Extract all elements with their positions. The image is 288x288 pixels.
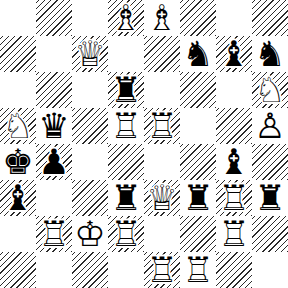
square-g3[interactable]: ♜♖	[216, 180, 252, 216]
square-a5[interactable]: ♞♘	[0, 108, 36, 144]
white-queen-c7: ♛♕	[72, 36, 108, 72]
square-b4[interactable]: ♟♟	[36, 144, 72, 180]
black-king-a4: ♚♚	[0, 144, 36, 180]
black-bishop-g4: ♝♝	[216, 144, 252, 180]
square-d8[interactable]: ♝♗	[108, 0, 144, 36]
square-b5[interactable]: ♛♛	[36, 108, 72, 144]
white-rook-icon: ♖	[36, 216, 72, 252]
black-bishop-icon: ♝	[0, 180, 36, 216]
square-c4[interactable]	[72, 144, 108, 180]
square-g4[interactable]: ♝♝	[216, 144, 252, 180]
black-bishop-a3: ♝♝	[0, 180, 36, 216]
white-rook-icon: ♖	[108, 108, 144, 144]
black-rook-f3: ♜♜	[180, 180, 216, 216]
black-rook-h3: ♜♜	[252, 180, 288, 216]
white-rook-d2: ♜♖	[108, 216, 144, 252]
white-rook-icon: ♖	[180, 252, 216, 288]
white-queen-icon: ♕	[72, 36, 108, 72]
white-rook-icon: ♖	[216, 180, 252, 216]
square-h6[interactable]: ♞♘	[252, 72, 288, 108]
square-h8[interactable]	[252, 0, 288, 36]
square-f2[interactable]	[180, 216, 216, 252]
square-h5[interactable]: ♟♙	[252, 108, 288, 144]
square-h2[interactable]	[252, 216, 288, 252]
square-d6[interactable]: ♜♜	[108, 72, 144, 108]
white-rook-icon: ♖	[108, 216, 144, 252]
square-c3[interactable]	[72, 180, 108, 216]
square-e1[interactable]: ♜♖	[144, 252, 180, 288]
black-bishop-icon: ♝	[216, 36, 252, 72]
white-rook-g3: ♜♖	[216, 180, 252, 216]
white-queen-e3: ♛♕	[144, 180, 180, 216]
white-rook-d5: ♜♖	[108, 108, 144, 144]
white-bishop-icon: ♗	[108, 0, 144, 36]
black-queen-icon: ♛	[36, 108, 72, 144]
square-g5[interactable]	[216, 108, 252, 144]
white-rook-icon: ♖	[216, 216, 252, 252]
square-g2[interactable]: ♜♖	[216, 216, 252, 252]
square-b6[interactable]	[36, 72, 72, 108]
white-rook-g2: ♜♖	[216, 216, 252, 252]
black-rook-d6: ♜♜	[108, 72, 144, 108]
square-d1[interactable]	[108, 252, 144, 288]
square-h7[interactable]: ♞♞	[252, 36, 288, 72]
black-knight-h7: ♞♞	[252, 36, 288, 72]
white-rook-e5: ♜♖	[144, 108, 180, 144]
white-rook-icon: ♖	[144, 108, 180, 144]
white-bishop-d8: ♝♗	[108, 0, 144, 36]
square-b8[interactable]	[36, 0, 72, 36]
square-e7[interactable]	[144, 36, 180, 72]
white-pawn-h5: ♟♙	[252, 108, 288, 144]
black-rook-icon: ♜	[180, 180, 216, 216]
square-a1[interactable]	[0, 252, 36, 288]
white-pawn-icon: ♙	[252, 108, 288, 144]
white-knight-icon: ♘	[252, 72, 288, 108]
square-d2[interactable]: ♜♖	[108, 216, 144, 252]
square-a8[interactable]	[0, 0, 36, 36]
white-rook-icon: ♖	[144, 252, 180, 288]
square-g7[interactable]: ♝♝	[216, 36, 252, 72]
black-rook-icon: ♜	[252, 180, 288, 216]
square-f5[interactable]	[180, 108, 216, 144]
white-knight-h6: ♞♘	[252, 72, 288, 108]
square-c2[interactable]: ♚♔	[72, 216, 108, 252]
white-king-c2: ♚♔	[72, 216, 108, 252]
chess-board: ♝♗♝♗♛♕♞♞♝♝♞♞♜♜♞♘♞♘♛♛♜♖♜♖♟♙♚♚♟♟♝♝♝♝♜♜♛♕♜♜…	[0, 0, 288, 288]
square-f7[interactable]: ♞♞	[180, 36, 216, 72]
square-g6[interactable]	[216, 72, 252, 108]
square-f8[interactable]	[180, 0, 216, 36]
black-pawn-icon: ♟	[36, 144, 72, 180]
black-king-icon: ♚	[0, 144, 36, 180]
square-d3[interactable]: ♜♜	[108, 180, 144, 216]
black-rook-icon: ♜	[108, 180, 144, 216]
white-rook-b2: ♜♖	[36, 216, 72, 252]
square-h1[interactable]	[252, 252, 288, 288]
square-c7[interactable]: ♛♕	[72, 36, 108, 72]
square-a7[interactable]	[0, 36, 36, 72]
square-c6[interactable]	[72, 72, 108, 108]
square-h4[interactable]	[252, 144, 288, 180]
square-d7[interactable]	[108, 36, 144, 72]
square-e4[interactable]	[144, 144, 180, 180]
square-b7[interactable]	[36, 36, 72, 72]
black-queen-b5: ♛♛	[36, 108, 72, 144]
black-rook-d3: ♜♜	[108, 180, 144, 216]
white-bishop-e8: ♝♗	[144, 0, 180, 36]
white-rook-e1: ♜♖	[144, 252, 180, 288]
black-bishop-g7: ♝♝	[216, 36, 252, 72]
square-e6[interactable]	[144, 72, 180, 108]
square-f6[interactable]	[180, 72, 216, 108]
square-a6[interactable]	[0, 72, 36, 108]
square-a2[interactable]	[0, 216, 36, 252]
square-b2[interactable]: ♜♖	[36, 216, 72, 252]
black-knight-f7: ♞♞	[180, 36, 216, 72]
white-rook-f1: ♜♖	[180, 252, 216, 288]
black-bishop-icon: ♝	[216, 144, 252, 180]
square-c8[interactable]	[72, 0, 108, 36]
white-knight-icon: ♘	[0, 108, 36, 144]
black-knight-icon: ♞	[180, 36, 216, 72]
square-g8[interactable]	[216, 0, 252, 36]
square-c1[interactable]	[72, 252, 108, 288]
black-rook-icon: ♜	[108, 72, 144, 108]
square-b3[interactable]	[36, 180, 72, 216]
square-d5[interactable]: ♜♖	[108, 108, 144, 144]
square-e3[interactable]: ♛♕	[144, 180, 180, 216]
square-e2[interactable]	[144, 216, 180, 252]
white-queen-icon: ♕	[144, 180, 180, 216]
square-b1[interactable]	[36, 252, 72, 288]
square-a4[interactable]: ♚♚	[0, 144, 36, 180]
square-e8[interactable]: ♝♗	[144, 0, 180, 36]
square-c5[interactable]	[72, 108, 108, 144]
black-pawn-b4: ♟♟	[36, 144, 72, 180]
square-f3[interactable]: ♜♜	[180, 180, 216, 216]
black-knight-icon: ♞	[252, 36, 288, 72]
square-a3[interactable]: ♝♝	[0, 180, 36, 216]
square-f1[interactable]: ♜♖	[180, 252, 216, 288]
square-d4[interactable]	[108, 144, 144, 180]
white-knight-a5: ♞♘	[0, 108, 36, 144]
square-g1[interactable]	[216, 252, 252, 288]
white-bishop-icon: ♗	[144, 0, 180, 36]
square-f4[interactable]	[180, 144, 216, 180]
square-h3[interactable]: ♜♜	[252, 180, 288, 216]
white-king-icon: ♔	[72, 216, 108, 252]
square-e5[interactable]: ♜♖	[144, 108, 180, 144]
